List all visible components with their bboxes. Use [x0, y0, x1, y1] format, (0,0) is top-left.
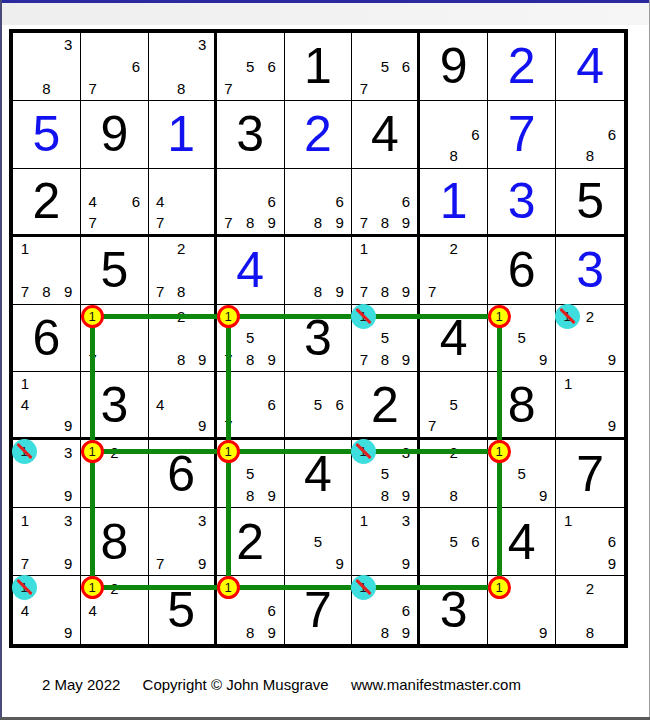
cell-r1c6[interactable]: 567 — [352, 33, 420, 101]
cell-r3c2[interactable]: 467 — [81, 169, 149, 237]
candidate-2: 2 — [104, 577, 126, 599]
pencil-marks: 159 — [489, 441, 554, 506]
candidate-9: 9 — [395, 621, 416, 643]
cell-r7c7[interactable]: 28 — [420, 440, 488, 508]
candidate-8: 8 — [239, 212, 261, 233]
candidate-7: 7 — [218, 77, 240, 99]
candidate-9 — [601, 621, 623, 643]
candidate-6: 6 — [329, 394, 351, 415]
cell-r3c3[interactable]: 47 — [149, 169, 217, 237]
pencil-marks: 689 — [286, 170, 351, 233]
cell-r1c8[interactable]: 2 — [488, 33, 556, 101]
candidate-7 — [150, 77, 171, 99]
pencil-marks: 124 — [82, 577, 147, 643]
candidate-5 — [307, 259, 329, 281]
cell-r6c2[interactable]: 3 — [81, 372, 149, 440]
candidate-3 — [465, 238, 487, 260]
pencil-marks: 67 — [218, 373, 283, 436]
cell-r4c2[interactable]: 5 — [81, 237, 149, 305]
candidate-4 — [82, 463, 104, 485]
candidate-3 — [465, 509, 487, 531]
candidate-5 — [104, 327, 126, 349]
candidate-1 — [421, 102, 443, 124]
cell-r3c1[interactable]: 2 — [13, 169, 81, 237]
cell-r2c2[interactable]: 9 — [81, 101, 149, 169]
candidate-8 — [104, 485, 126, 507]
given-digit: 3 — [285, 305, 352, 372]
candidate-4 — [14, 531, 36, 553]
candidate-3: 3 — [192, 34, 213, 56]
candidate-4 — [353, 463, 374, 485]
candidate-8 — [579, 552, 601, 574]
cell-r7c4[interactable]: 1589 — [217, 440, 285, 508]
pencil-marks: 1789 — [14, 238, 79, 303]
cell-r6c7[interactable]: 57 — [420, 372, 488, 440]
candidate-2 — [36, 373, 58, 394]
solved-digit: 1 — [149, 101, 214, 168]
candidate-7 — [557, 415, 579, 436]
given-digit: 8 — [81, 508, 148, 575]
candidate-1 — [150, 509, 171, 531]
candidate-9: 9 — [192, 552, 213, 574]
cell-r2c8[interactable]: 7 — [488, 101, 556, 169]
candidate-6: 6 — [329, 191, 351, 212]
candidate-7 — [557, 552, 579, 574]
cell-r7c8[interactable]: 159 — [488, 440, 556, 508]
pencil-marks: 59 — [286, 509, 351, 574]
cell-r2c6[interactable]: 4 — [352, 101, 420, 169]
candidate-9: 9 — [261, 621, 283, 643]
cell-r8c1[interactable]: 1379 — [13, 508, 81, 576]
cell-r3c6[interactable]: 6789 — [352, 169, 420, 237]
given-digit: 2 — [13, 169, 80, 234]
given-digit: 2 — [352, 372, 417, 437]
candidate-5: 5 — [239, 56, 261, 78]
candidate-2: 2 — [579, 306, 601, 328]
candidate-5 — [36, 531, 58, 553]
cell-r7c3[interactable]: 6 — [149, 440, 217, 508]
candidate-7 — [150, 349, 171, 371]
candidate-2 — [239, 306, 261, 328]
candidate-1: 1 — [489, 306, 511, 328]
candidate-8: 8 — [239, 349, 261, 371]
cell-r2c7[interactable]: 68 — [420, 101, 488, 169]
candidate-6 — [261, 463, 283, 485]
candidate-8 — [374, 77, 395, 99]
cell-r4c3[interactable]: 278 — [149, 237, 217, 305]
candidate-6: 6 — [261, 394, 283, 415]
candidate-8: 8 — [171, 77, 192, 99]
candidate-1 — [421, 238, 443, 260]
candidate-6 — [465, 394, 487, 415]
cell-r3c7[interactable]: 1 — [420, 169, 488, 237]
candidate-4 — [218, 394, 240, 415]
candidate-8 — [239, 77, 261, 99]
candidate-2 — [511, 577, 533, 599]
cell-r4c8[interactable]: 6 — [488, 237, 556, 305]
candidate-7 — [218, 485, 240, 507]
candidate-1: 1 — [489, 441, 511, 463]
candidate-5 — [511, 599, 533, 621]
candidate-2 — [307, 509, 329, 531]
cell-r1c3[interactable]: 38 — [149, 33, 217, 101]
cell-r8c7[interactable]: 56 — [420, 508, 488, 576]
given-digit: 5 — [81, 237, 148, 304]
candidate-2 — [171, 373, 192, 394]
candidate-6 — [57, 599, 79, 621]
candidate-6: 6 — [395, 191, 416, 212]
candidate-8 — [104, 77, 126, 99]
pencil-marks: 28 — [557, 577, 623, 643]
candidate-1: 1 — [14, 577, 36, 599]
pencil-marks: 68 — [557, 102, 623, 167]
candidate-1 — [421, 509, 443, 531]
pencil-marks: 19 — [557, 373, 623, 436]
cell-r9c2[interactable]: 124 — [81, 576, 149, 644]
candidate-4 — [218, 191, 240, 212]
cell-r9c1[interactable]: 149 — [13, 576, 81, 644]
cell-r9c7[interactable]: 3 — [420, 576, 488, 644]
candidate-7: 7 — [421, 415, 443, 436]
solved-digit: 1 — [420, 169, 487, 234]
cell-r4c7[interactable]: 27 — [420, 237, 488, 305]
candidate-1 — [14, 34, 36, 56]
cell-r5c4[interactable]: 15789 — [217, 305, 285, 373]
candidate-2: 2 — [579, 577, 601, 599]
candidate-7 — [14, 621, 36, 643]
candidate-9: 9 — [329, 212, 351, 233]
candidate-3 — [125, 34, 147, 56]
cell-r9c9[interactable]: 28 — [556, 576, 624, 644]
cell-r8c9[interactable]: 169 — [556, 508, 624, 576]
candidate-5: 5 — [307, 531, 329, 553]
candidate-5 — [104, 463, 126, 485]
candidate-1 — [286, 509, 308, 531]
candidate-5 — [171, 56, 192, 78]
cell-r8c2[interactable]: 8 — [81, 508, 149, 576]
candidate-5: 5 — [239, 463, 261, 485]
candidate-5 — [374, 259, 395, 281]
candidate-8: 8 — [374, 281, 395, 303]
candidate-1: 1 — [218, 577, 240, 599]
pencil-marks: 149 — [14, 577, 79, 643]
candidate-3 — [329, 373, 351, 394]
cell-r6c5[interactable]: 56 — [285, 372, 353, 440]
cell-r6c6[interactable]: 2 — [352, 372, 420, 440]
cell-r6c4[interactable]: 67 — [217, 372, 285, 440]
cell-r5c9[interactable]: 129 — [556, 305, 624, 373]
cell-r1c5[interactable]: 1 — [285, 33, 353, 101]
cell-r5c6[interactable]: 15789 — [352, 305, 420, 373]
given-digit: 4 — [352, 101, 417, 168]
candidate-7 — [489, 485, 511, 507]
candidate-1: 1 — [14, 509, 36, 531]
candidate-2 — [239, 373, 261, 394]
candidate-2 — [374, 238, 395, 260]
candidate-2 — [36, 577, 58, 599]
pencil-marks: 159 — [489, 306, 554, 371]
candidate-4 — [353, 259, 374, 281]
candidate-7: 7 — [421, 281, 443, 303]
candidate-7 — [14, 77, 36, 99]
candidate-6 — [57, 56, 79, 78]
candidate-4 — [150, 259, 171, 281]
given-digit: 4 — [285, 440, 352, 507]
candidate-8: 8 — [579, 621, 601, 643]
candidate-8: 8 — [239, 485, 261, 507]
candidate-9: 9 — [57, 415, 79, 436]
candidate-3 — [261, 170, 283, 191]
cell-r7c1[interactable]: 139 — [13, 440, 81, 508]
pencil-marks: 129 — [557, 306, 623, 371]
cell-r8c6[interactable]: 139 — [352, 508, 420, 576]
candidate-9: 9 — [601, 552, 623, 574]
candidate-4 — [353, 531, 374, 553]
candidate-7 — [353, 552, 374, 574]
pencil-marks: 1589 — [218, 441, 283, 506]
candidate-9 — [192, 281, 213, 303]
cell-r7c9[interactable]: 7 — [556, 440, 624, 508]
candidate-2 — [443, 509, 465, 531]
cell-r3c4[interactable]: 6789 — [217, 169, 285, 237]
candidate-3 — [261, 577, 283, 599]
cell-r9c8[interactable]: 19 — [488, 576, 556, 644]
candidate-6: 6 — [261, 599, 283, 621]
candidate-3 — [192, 238, 213, 260]
candidate-6 — [57, 531, 79, 553]
pencil-marks: 13589 — [353, 441, 416, 506]
candidate-3 — [395, 170, 416, 191]
cell-r4c5[interactable]: 89 — [285, 237, 353, 305]
candidate-7: 7 — [14, 281, 36, 303]
candidate-4 — [14, 259, 36, 281]
candidate-5 — [171, 191, 192, 212]
cell-r4c9[interactable]: 3 — [556, 237, 624, 305]
solved-digit: 7 — [488, 101, 555, 168]
cell-r5c3[interactable]: 289 — [149, 305, 217, 373]
cell-r2c9[interactable]: 68 — [556, 101, 624, 169]
cell-r1c7[interactable]: 9 — [420, 33, 488, 101]
candidate-5: 5 — [374, 56, 395, 78]
pencil-marks: 12 — [82, 441, 147, 506]
candidate-1: 1 — [353, 441, 374, 463]
window-title-band — [0, 3, 650, 25]
cell-r8c8[interactable]: 4 — [488, 508, 556, 576]
cell-r3c8[interactable]: 3 — [488, 169, 556, 237]
candidate-2 — [307, 238, 329, 260]
cell-r1c9[interactable]: 4 — [556, 33, 624, 101]
cell-r6c8[interactable]: 8 — [488, 372, 556, 440]
cell-r9c3[interactable]: 5 — [149, 576, 217, 644]
pencil-marks: 169 — [557, 509, 623, 574]
candidate-8 — [104, 212, 126, 233]
candidate-2: 2 — [443, 441, 465, 463]
candidate-2 — [511, 306, 533, 328]
given-digit: 3 — [81, 372, 148, 437]
candidate-5: 5 — [307, 394, 329, 415]
given-digit: 5 — [149, 576, 214, 644]
candidate-4 — [218, 463, 240, 485]
cell-r9c6[interactable]: 1689 — [352, 576, 420, 644]
cell-r6c3[interactable]: 49 — [149, 372, 217, 440]
candidate-8 — [511, 621, 533, 643]
cell-r6c9[interactable]: 19 — [556, 372, 624, 440]
cell-r1c2[interactable]: 67 — [81, 33, 149, 101]
cell-r1c1[interactable]: 38 — [13, 33, 81, 101]
candidate-1 — [150, 170, 171, 191]
given-digit: 4 — [488, 508, 555, 575]
candidate-5 — [579, 531, 601, 553]
candidate-1: 1 — [353, 509, 374, 531]
candidate-8 — [374, 552, 395, 574]
cell-r2c3[interactable]: 1 — [149, 101, 217, 169]
pencil-marks: 38 — [14, 34, 79, 99]
candidate-1: 1 — [557, 509, 579, 531]
candidate-6: 6 — [601, 124, 623, 146]
candidate-5 — [104, 191, 126, 212]
candidate-7 — [14, 485, 36, 507]
candidate-1 — [150, 373, 171, 394]
cell-r9c5[interactable]: 7 — [285, 576, 353, 644]
candidate-3 — [395, 238, 416, 260]
candidate-5 — [171, 394, 192, 415]
candidate-1 — [286, 238, 308, 260]
candidate-1: 1 — [82, 577, 104, 599]
cell-r8c3[interactable]: 379 — [149, 508, 217, 576]
cell-r2c1[interactable]: 5 — [13, 101, 81, 169]
candidate-1: 1 — [489, 577, 511, 599]
pencil-marks: 38 — [150, 34, 213, 99]
candidate-9: 9 — [57, 281, 79, 303]
candidate-5 — [36, 394, 58, 415]
candidate-4 — [286, 394, 308, 415]
cell-r2c5[interactable]: 2 — [285, 101, 353, 169]
candidate-9: 9 — [192, 415, 213, 436]
candidate-7 — [353, 621, 374, 643]
cell-r4c6[interactable]: 1789 — [352, 237, 420, 305]
candidate-4 — [557, 327, 579, 349]
candidate-4: 4 — [150, 394, 171, 415]
candidate-9 — [57, 77, 79, 99]
candidate-9: 9 — [261, 212, 283, 233]
candidate-6 — [465, 463, 487, 485]
cell-r4c1[interactable]: 1789 — [13, 237, 81, 305]
given-digit: 4 — [420, 305, 487, 372]
candidate-8: 8 — [443, 485, 465, 507]
candidate-9 — [125, 485, 147, 507]
candidate-3 — [192, 373, 213, 394]
candidate-2 — [374, 170, 395, 191]
candidate-3 — [329, 170, 351, 191]
candidate-5 — [579, 599, 601, 621]
candidate-9 — [125, 77, 147, 99]
cell-r5c2[interactable]: 17 — [81, 305, 149, 373]
candidate-3 — [465, 373, 487, 394]
candidate-1 — [218, 170, 240, 191]
cell-r3c9[interactable]: 5 — [556, 169, 624, 237]
candidate-7 — [557, 349, 579, 371]
candidate-6 — [532, 463, 554, 485]
candidate-7 — [421, 485, 443, 507]
candidate-8 — [36, 415, 58, 436]
candidate-8 — [171, 415, 192, 436]
cell-r1c4[interactable]: 567 — [217, 33, 285, 101]
cell-r7c6[interactable]: 13589 — [352, 440, 420, 508]
candidate-5 — [239, 191, 261, 212]
pencil-marks: 1689 — [218, 577, 283, 643]
cell-r4c4[interactable]: 4 — [217, 237, 285, 305]
cell-r7c2[interactable]: 12 — [81, 440, 149, 508]
candidate-2: 2 — [443, 238, 465, 260]
cell-r5c7[interactable]: 4 — [420, 305, 488, 373]
candidate-1: 1 — [82, 441, 104, 463]
candidate-2 — [36, 509, 58, 531]
candidate-7 — [286, 415, 308, 436]
candidate-2 — [171, 34, 192, 56]
candidate-8 — [307, 415, 329, 436]
pencil-marks: 19 — [489, 577, 554, 643]
candidate-6 — [192, 259, 213, 281]
candidate-9 — [125, 212, 147, 233]
cell-r2c4[interactable]: 3 — [217, 101, 285, 169]
given-digit: 6 — [13, 305, 80, 372]
candidate-5 — [36, 259, 58, 281]
candidate-9: 9 — [532, 485, 554, 507]
candidate-4 — [150, 531, 171, 553]
given-digit: 2 — [217, 508, 284, 575]
candidate-7 — [218, 621, 240, 643]
candidate-9: 9 — [601, 349, 623, 371]
candidate-6 — [192, 327, 213, 349]
candidate-6: 6 — [465, 531, 487, 553]
candidate-6 — [395, 463, 416, 485]
candidate-9: 9 — [395, 552, 416, 574]
candidate-8 — [104, 621, 126, 643]
candidate-8: 8 — [171, 349, 192, 371]
cell-r7c5[interactable]: 4 — [285, 440, 353, 508]
candidate-5 — [104, 56, 126, 78]
pencil-marks: 56 — [421, 509, 486, 574]
candidate-7: 7 — [82, 349, 104, 371]
cell-r5c1[interactable]: 6 — [13, 305, 81, 373]
cell-r8c4[interactable]: 2 — [217, 508, 285, 576]
candidate-3 — [601, 306, 623, 328]
candidate-9: 9 — [57, 485, 79, 507]
candidate-7 — [557, 621, 579, 643]
solved-digit: 3 — [488, 169, 555, 234]
candidate-8: 8 — [374, 212, 395, 233]
candidate-3 — [465, 102, 487, 124]
pencil-marks: 139 — [14, 441, 79, 506]
solved-digit: 2 — [285, 101, 352, 168]
candidate-1 — [286, 373, 308, 394]
candidate-2 — [374, 306, 395, 328]
candidate-1 — [218, 373, 240, 394]
candidate-3 — [532, 441, 554, 463]
cell-r5c5[interactable]: 3 — [285, 305, 353, 373]
cell-r6c1[interactable]: 149 — [13, 372, 81, 440]
cell-r3c5[interactable]: 689 — [285, 169, 353, 237]
candidate-2: 2 — [104, 441, 126, 463]
cell-r5c8[interactable]: 159 — [488, 305, 556, 373]
candidate-1 — [82, 170, 104, 191]
cell-r8c5[interactable]: 59 — [285, 508, 353, 576]
cell-r9c4[interactable]: 1689 — [217, 576, 285, 644]
candidate-8 — [104, 349, 126, 371]
candidate-6 — [532, 599, 554, 621]
footer-website-link[interactable]: www.manifestmaster.com — [351, 676, 521, 693]
candidate-2 — [443, 373, 465, 394]
